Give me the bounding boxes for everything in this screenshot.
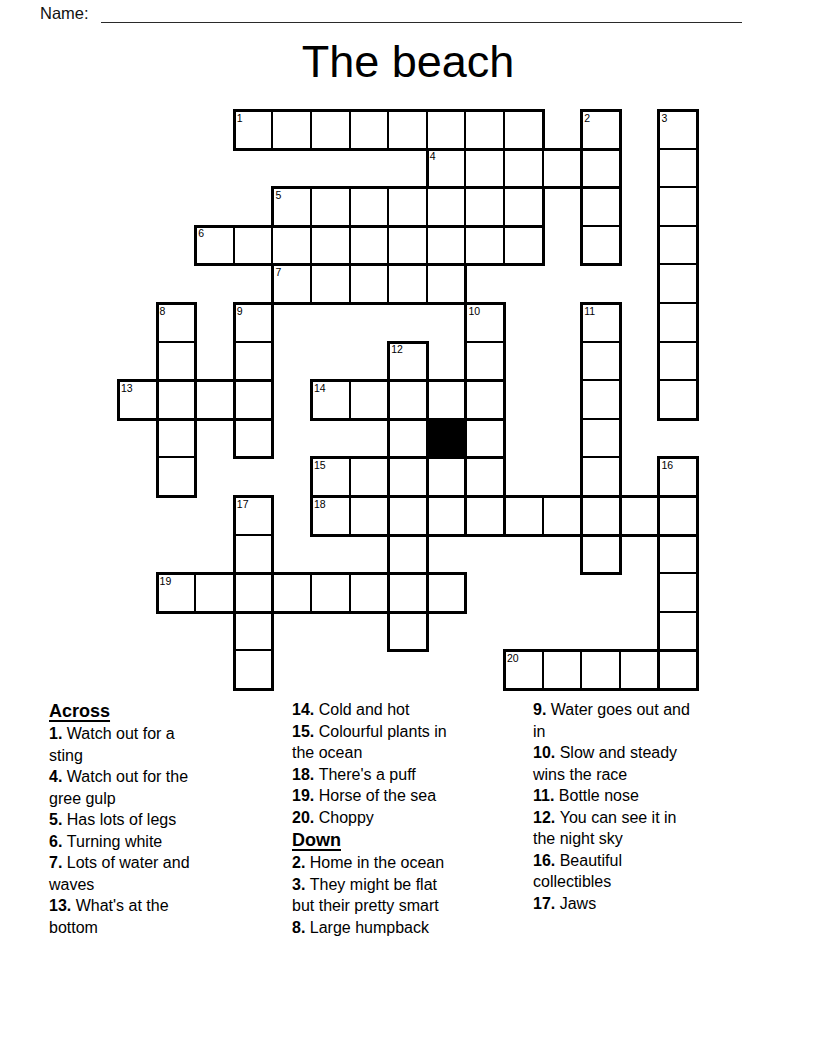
clue-text: Home in the ocean [310,854,444,871]
clue-number: 19. [292,787,319,804]
grid-cell[interactable] [350,226,389,265]
grid-cell[interactable] [311,264,350,303]
grid-cell[interactable] [581,380,620,419]
grid-cell[interactable] [658,612,697,651]
clue-number: 12. [533,809,560,826]
grid-cell[interactable] [388,496,427,535]
grid-cell[interactable] [581,419,620,458]
clue-number: 16. [533,852,560,869]
black-cell [427,419,466,458]
grid-cell[interactable] [234,573,273,612]
name-input-line[interactable] [101,1,742,23]
grid-cell[interactable] [658,496,697,535]
grid-cell[interactable] [427,187,466,226]
grid-cell[interactable] [504,650,543,689]
grid-cell[interactable] [157,303,196,342]
clue-number: 11. [533,787,559,804]
grid-cell[interactable] [118,380,157,419]
clue-number: 9. [533,701,551,718]
clue-text: Choppy [319,809,374,826]
clue-item-6: 6. Turning white [49,831,250,853]
grid-cell[interactable] [620,496,659,535]
grid-cell[interactable] [427,110,466,149]
grid-cell[interactable] [388,419,427,458]
clue-number: 15. [292,723,319,740]
grid-cell[interactable] [581,535,620,574]
clue-item-1: 1. Watch out for a sting [49,723,250,766]
grid-cell[interactable] [272,226,311,265]
grid-cell[interactable] [658,264,697,303]
grid-cell[interactable] [234,303,273,342]
clue-number: 5. [49,811,67,828]
clue-text: They might be flat but their pretty smar… [292,876,439,915]
clue-item-16: 16. Beautiful collectibles [533,850,745,893]
clue-text: Watch out for the gree gulp [49,768,188,807]
grid-cell[interactable] [350,380,389,419]
grid-cell[interactable] [658,535,697,574]
clue-number: 10. [533,744,560,761]
grid-cell[interactable] [620,650,659,689]
clue-number: 20. [292,809,319,826]
clue-item-3: 3. They might be flat but their pretty s… [292,874,508,917]
grid-cell[interactable] [234,110,273,149]
worksheet-page: Name: The beach 123456789101112131415161… [0,0,816,1056]
grid-cell[interactable] [234,226,273,265]
grid-cell[interactable] [234,342,273,381]
grid-cell[interactable] [272,573,311,612]
clue-text: Bottle nose [559,787,639,804]
clue-number: 14. [292,701,319,718]
grid-cell[interactable] [234,612,273,651]
grid-cell[interactable] [388,110,427,149]
clue-item-2: 2. Home in the ocean [292,852,508,874]
grid-cell[interactable] [581,226,620,265]
grid-cell[interactable] [465,496,504,535]
grid-cell[interactable] [311,573,350,612]
grid-cell[interactable] [388,573,427,612]
clue-text: Lots of water and waves [49,854,190,893]
grid-cell[interactable] [581,650,620,689]
grid-cell[interactable] [234,650,273,689]
clue-number: 3. [292,876,310,893]
clue-number: 17. [533,895,560,912]
clue-item-4: 4. Watch out for the gree gulp [49,766,250,809]
grid-cell[interactable] [272,110,311,149]
grid-cell[interactable] [504,149,543,188]
grid-cell[interactable] [388,264,427,303]
grid-cell[interactable] [658,650,697,689]
grid-cell[interactable] [543,650,582,689]
grid-cell[interactable] [427,573,466,612]
grid-cell[interactable] [234,419,273,458]
grid-cell[interactable] [465,457,504,496]
grid-cell[interactable] [195,380,234,419]
grid-cell[interactable] [427,149,466,188]
grid-cell[interactable] [504,187,543,226]
grid-cell[interactable] [658,110,697,149]
clue-item-9: 9. Water goes out and in [533,699,745,742]
clue-item-13: 13. What's at the bottom [49,895,250,938]
clue-item-19: 19. Horse of the sea [292,785,508,807]
grid-cell[interactable] [272,187,311,226]
clue-text: Has lots of legs [67,811,176,828]
clue-text: Cold and hot [319,701,410,718]
grid-cell[interactable] [543,149,582,188]
clue-text: There's a puff [319,766,416,783]
grid-cell[interactable] [234,380,273,419]
grid-cell[interactable] [465,226,504,265]
grid-cell[interactable] [581,110,620,149]
grid-cell[interactable] [350,187,389,226]
clue-text: Large humpback [310,919,429,936]
grid-cell[interactable] [350,496,389,535]
grid-cell[interactable] [427,496,466,535]
grid-cell[interactable] [234,496,273,535]
grid-cell[interactable] [427,380,466,419]
grid-cell[interactable] [311,110,350,149]
grid-cell[interactable] [581,149,620,188]
clue-text: Turning white [67,833,162,850]
grid-cell[interactable] [504,110,543,149]
crossword-grid: 1234567891011121314151617181920 [118,110,699,691]
grid-cell[interactable] [658,342,697,381]
grid-cell[interactable] [465,380,504,419]
grid-cell[interactable] [311,380,350,419]
grid-cell[interactable] [465,149,504,188]
clue-item-5: 5. Has lots of legs [49,809,250,831]
grid-cell[interactable] [427,457,466,496]
clue-text: Water goes out and in [533,701,690,740]
grid-cell[interactable] [581,342,620,381]
clue-column-1: Across1. Watch out for a sting4. Watch o… [49,699,250,938]
grid-cell[interactable] [311,187,350,226]
grid-cell[interactable] [658,380,697,419]
clues-header-across: Across [49,699,250,723]
grid-cell[interactable] [388,226,427,265]
clue-item-17: 17. Jaws [533,893,745,915]
grid-cell[interactable] [388,187,427,226]
clue-column-2: 14. Cold and hot15. Colourful plants in … [292,699,508,938]
grid-cell[interactable] [465,110,504,149]
grid-cell[interactable] [658,187,697,226]
grid-cell[interactable] [350,110,389,149]
clue-number: 18. [292,766,319,783]
grid-cell[interactable] [388,535,427,574]
grid-cell[interactable] [350,264,389,303]
grid-cell[interactable] [465,419,504,458]
clue-item-20: 20. Choppy [292,807,508,829]
grid-cell[interactable] [658,303,697,342]
grid-cell[interactable] [311,457,350,496]
clues-header-down: Down [292,828,508,852]
grid-cell[interactable] [157,342,196,381]
clue-item-7: 7. Lots of water and waves [49,852,250,895]
grid-cell[interactable] [581,457,620,496]
grid-cell[interactable] [272,264,311,303]
grid-cell[interactable] [157,573,196,612]
clue-item-15: 15. Colourful plants in the ocean [292,721,508,764]
grid-cell[interactable] [350,457,389,496]
grid-cell[interactable] [427,226,466,265]
grid-cell[interactable] [658,226,697,265]
grid-cell[interactable] [157,380,196,419]
grid-cell[interactable] [388,342,427,381]
grid-cell[interactable] [465,342,504,381]
grid-cell[interactable] [388,612,427,651]
clue-number: 8. [292,919,310,936]
grid-cell[interactable] [504,496,543,535]
name-label: Name: [40,4,89,23]
clue-text: Jaws [560,895,596,912]
grid-cell[interactable] [157,457,196,496]
clue-number: 4. [49,768,67,785]
clue-text: Horse of the sea [319,787,436,804]
clue-item-8: 8. Large humpback [292,917,508,939]
grid-cell[interactable] [195,573,234,612]
grid-cell[interactable] [581,187,620,226]
clue-item-18: 18. There's a puff [292,764,508,786]
grid-cell[interactable] [581,303,620,342]
grid-cell[interactable] [157,419,196,458]
clue-number: 7. [49,854,67,871]
clue-number: 2. [292,854,310,871]
clue-number: 6. [49,833,67,850]
grid-cell[interactable] [388,380,427,419]
clue-item-11: 11. Bottle nose [533,785,745,807]
clue-item-10: 10. Slow and steady wins the race [533,742,745,785]
grid-cell[interactable] [388,457,427,496]
clue-item-12: 12. You can see it in the night sky [533,807,745,850]
grid-cell[interactable] [658,457,697,496]
grid-cell[interactable] [465,303,504,342]
clue-number: 1. [49,725,67,742]
grid-cell[interactable] [427,264,466,303]
grid-cell[interactable] [658,573,697,612]
grid-cell[interactable] [195,226,234,265]
clue-text: Watch out for a sting [49,725,175,764]
clue-number: 13. [49,897,76,914]
grid-cell[interactable] [465,187,504,226]
clue-column-3: 9. Water goes out and in10. Slow and ste… [533,699,745,914]
grid-cell[interactable] [311,226,350,265]
grid-cell[interactable] [581,496,620,535]
grid-cell[interactable] [504,226,543,265]
grid-cell[interactable] [234,535,273,574]
grid-cell[interactable] [543,496,582,535]
clue-item-14: 14. Cold and hot [292,699,508,721]
grid-cell[interactable] [311,496,350,535]
grid-cell[interactable] [658,149,697,188]
grid-cell[interactable] [350,573,389,612]
puzzle-title: The beach [0,36,816,88]
